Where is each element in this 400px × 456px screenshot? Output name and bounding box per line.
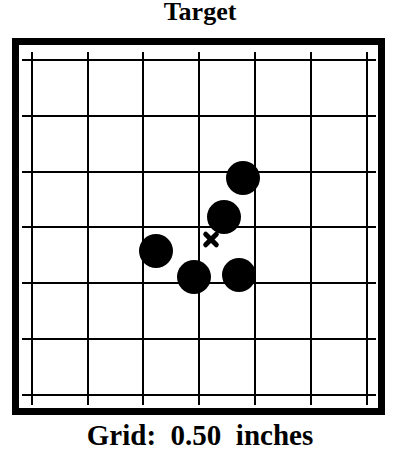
- bullet-hole-4: [177, 260, 211, 294]
- grid-line-vertical: [366, 52, 368, 405]
- bullet-hole-5: [222, 258, 256, 292]
- grid-line-vertical: [198, 52, 200, 405]
- grid-line-vertical: [142, 52, 144, 405]
- grid-line-vertical: [310, 52, 312, 405]
- grid-line-vertical: [254, 52, 256, 405]
- grid-scale-caption: Grid: 0.50 inches: [0, 418, 400, 452]
- grid-line-vertical: [31, 52, 33, 405]
- grid-line-horizontal: [22, 338, 377, 340]
- mean-impact-x-marker: [201, 230, 221, 250]
- grid-line-horizontal: [22, 394, 377, 396]
- bullet-hole-3: [139, 234, 173, 268]
- grid-line-vertical: [87, 52, 89, 405]
- target-board: [12, 38, 385, 415]
- figure-title: Target: [0, 0, 400, 24]
- target-figure: Target Grid: 0.50 inches: [0, 0, 400, 456]
- grid-line-horizontal: [22, 226, 377, 228]
- bullet-hole-1: [226, 161, 260, 195]
